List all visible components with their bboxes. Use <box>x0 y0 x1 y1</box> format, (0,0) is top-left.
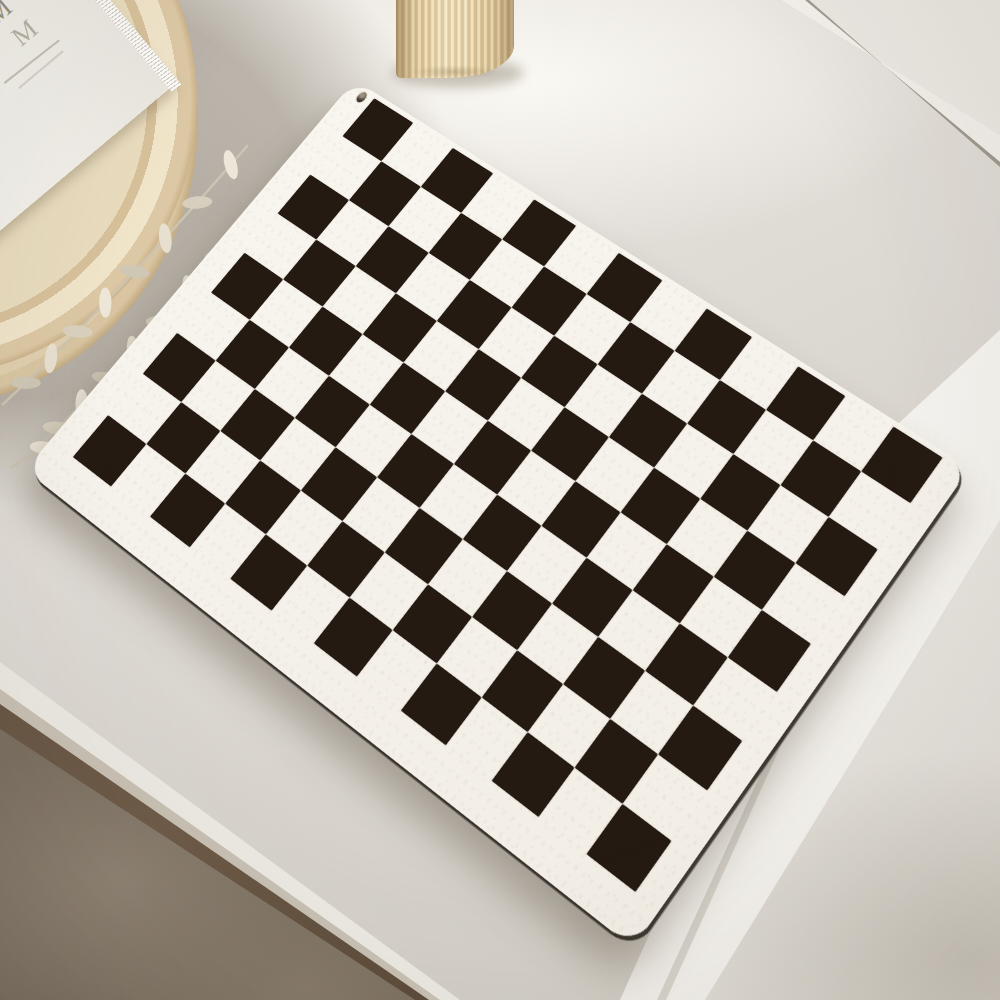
vase-contact-shadow <box>402 64 508 80</box>
flower-leaf <box>157 222 173 253</box>
grommet-hole <box>354 91 368 104</box>
flower-leaf <box>221 149 241 181</box>
flower-leaf <box>119 263 151 280</box>
flower-leaf <box>11 376 41 389</box>
flower-leaf <box>99 288 112 318</box>
flower-leaf <box>62 324 93 339</box>
flower-leaf <box>182 195 213 210</box>
flower-leaf <box>43 343 59 374</box>
photo-scene: M M <box>0 0 1000 1000</box>
